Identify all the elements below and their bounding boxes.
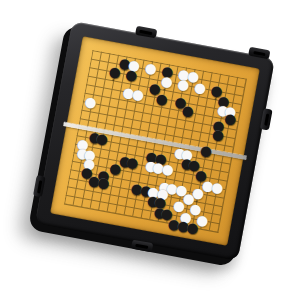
black-stone: ● <box>157 94 167 104</box>
black-stone: ● <box>110 67 120 77</box>
black-stone: ● <box>213 130 223 140</box>
black-stone: ● <box>127 158 137 168</box>
black-stone: ● <box>201 146 211 156</box>
black-stone: ● <box>126 70 136 80</box>
white-stone: ● <box>145 64 155 74</box>
board-surface: ●●●●●●●●●●●●●●●●●●●●●●●●●●●●●●●●●●●●●●●●… <box>50 36 260 246</box>
black-stone: ● <box>187 223 197 233</box>
white-stone: ● <box>163 165 173 175</box>
white-stone: ● <box>212 183 222 193</box>
black-stone: ● <box>97 134 107 144</box>
white-stone: ● <box>178 79 188 89</box>
black-stone: ● <box>225 114 235 124</box>
go-board: ●●●●●●●●●●●●●●●●●●●●●●●●●●●●●●●●●●●●●●●●… <box>35 21 275 261</box>
product-photo-scene: ●●●●●●●●●●●●●●●●●●●●●●●●●●●●●●●●●●●●●●●●… <box>0 0 300 300</box>
white-stone: ● <box>162 76 172 86</box>
white-stone: ● <box>195 82 205 92</box>
black-stone: ● <box>183 106 193 116</box>
black-stone: ● <box>98 178 108 188</box>
black-stone: ● <box>110 164 120 174</box>
white-stone: ● <box>86 97 96 107</box>
white-stone: ● <box>133 89 143 99</box>
